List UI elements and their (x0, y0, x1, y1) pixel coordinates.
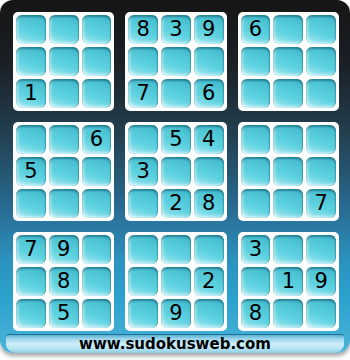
cell-r5-c8[interactable] (273, 157, 303, 186)
sudoku-grid: 1 83976 6 65 54328 7 7985 29 3198 (0, 0, 350, 331)
cell-r3-c7[interactable] (241, 79, 271, 108)
cell-r2-c6[interactable] (194, 47, 224, 76)
cell-r2-c1[interactable] (16, 47, 46, 76)
cell-r4-c8[interactable] (273, 125, 303, 154)
cell-r5-c4[interactable]: 3 (128, 157, 158, 186)
cell-r1-c6[interactable]: 9 (194, 15, 224, 44)
cell-r1-c5[interactable]: 3 (161, 15, 191, 44)
cell-r5-c7[interactable] (241, 157, 271, 186)
cell-r3-c5[interactable] (161, 79, 191, 108)
box-r2-c3: 7 (238, 122, 339, 221)
cell-r1-c3[interactable] (82, 15, 112, 44)
cell-r1-c7[interactable]: 6 (241, 15, 271, 44)
cell-r2-c8[interactable] (273, 47, 303, 76)
cell-r1-c8[interactable] (273, 15, 303, 44)
cell-r4-c1[interactable] (16, 125, 46, 154)
cell-r9-c3[interactable] (82, 299, 112, 328)
cell-r9-c5[interactable]: 9 (161, 299, 191, 328)
box-r3-c2: 29 (125, 232, 226, 331)
cell-r4-c2[interactable] (49, 125, 79, 154)
cell-r3-c9[interactable] (306, 79, 336, 108)
cell-r2-c3[interactable] (82, 47, 112, 76)
cell-r4-c7[interactable] (241, 125, 271, 154)
cell-r3-c1[interactable]: 1 (16, 79, 46, 108)
cell-r4-c4[interactable] (128, 125, 158, 154)
cell-r3-c2[interactable] (49, 79, 79, 108)
cell-r7-c9[interactable] (306, 235, 336, 264)
cell-r2-c7[interactable] (241, 47, 271, 76)
cell-r2-c2[interactable] (49, 47, 79, 76)
cell-r7-c7[interactable]: 3 (241, 235, 271, 264)
cell-r4-c3[interactable]: 6 (82, 125, 112, 154)
box-r2-c2: 54328 (125, 122, 226, 221)
cell-r3-c3[interactable] (82, 79, 112, 108)
cell-r1-c4[interactable]: 8 (128, 15, 158, 44)
cell-r8-c4[interactable] (128, 267, 158, 296)
cell-r7-c6[interactable] (194, 235, 224, 264)
box-r3-c3: 3198 (238, 232, 339, 331)
cell-r3-c6[interactable]: 6 (194, 79, 224, 108)
site-url-banner: www.sudokusweb.com (6, 334, 344, 353)
cell-r7-c4[interactable] (128, 235, 158, 264)
cell-r7-c5[interactable] (161, 235, 191, 264)
cell-r6-c4[interactable] (128, 189, 158, 218)
cell-r5-c9[interactable] (306, 157, 336, 186)
cell-r6-c3[interactable] (82, 189, 112, 218)
cell-r6-c5[interactable]: 2 (161, 189, 191, 218)
cell-r9-c2[interactable]: 5 (49, 299, 79, 328)
cell-r9-c4[interactable] (128, 299, 158, 328)
cell-r9-c6[interactable] (194, 299, 224, 328)
cell-r6-c9[interactable]: 7 (306, 189, 336, 218)
box-r1-c3: 6 (238, 12, 339, 111)
cell-r7-c1[interactable]: 7 (16, 235, 46, 264)
cell-r7-c2[interactable]: 9 (49, 235, 79, 264)
cell-r9-c7[interactable]: 8 (241, 299, 271, 328)
cell-r8-c8[interactable]: 1 (273, 267, 303, 296)
cell-r6-c2[interactable] (49, 189, 79, 218)
cell-r6-c8[interactable] (273, 189, 303, 218)
cell-r9-c9[interactable] (306, 299, 336, 328)
cell-r5-c3[interactable] (82, 157, 112, 186)
cell-r8-c6[interactable]: 2 (194, 267, 224, 296)
cell-r4-c6[interactable]: 4 (194, 125, 224, 154)
cell-r2-c9[interactable] (306, 47, 336, 76)
cell-r4-c9[interactable] (306, 125, 336, 154)
cell-r5-c1[interactable]: 5 (16, 157, 46, 186)
cell-r8-c7[interactable] (241, 267, 271, 296)
cell-r2-c5[interactable] (161, 47, 191, 76)
cell-r3-c8[interactable] (273, 79, 303, 108)
cell-r5-c2[interactable] (49, 157, 79, 186)
cell-r2-c4[interactable] (128, 47, 158, 76)
cell-r7-c8[interactable] (273, 235, 303, 264)
cell-r8-c2[interactable]: 8 (49, 267, 79, 296)
site-url-text: www.sudokusweb.com (79, 335, 271, 353)
cell-r6-c1[interactable] (16, 189, 46, 218)
cell-r3-c4[interactable]: 7 (128, 79, 158, 108)
cell-r9-c1[interactable] (16, 299, 46, 328)
cell-r5-c5[interactable] (161, 157, 191, 186)
cell-r8-c1[interactable] (16, 267, 46, 296)
box-r1-c1: 1 (13, 12, 114, 111)
cell-r6-c6[interactable]: 8 (194, 189, 224, 218)
cell-r9-c8[interactable] (273, 299, 303, 328)
cell-r1-c9[interactable] (306, 15, 336, 44)
sudoku-board: 1 83976 6 65 54328 7 7985 29 3198 www.su… (0, 0, 350, 353)
cell-r1-c1[interactable] (16, 15, 46, 44)
cell-r7-c3[interactable] (82, 235, 112, 264)
cell-r5-c6[interactable] (194, 157, 224, 186)
cell-r4-c5[interactable]: 5 (161, 125, 191, 154)
cell-r1-c2[interactable] (49, 15, 79, 44)
cell-r8-c3[interactable] (82, 267, 112, 296)
cell-r8-c5[interactable] (161, 267, 191, 296)
cell-r6-c7[interactable] (241, 189, 271, 218)
cell-r8-c9[interactable]: 9 (306, 267, 336, 296)
box-r3-c1: 7985 (13, 232, 114, 331)
box-r2-c1: 65 (13, 122, 114, 221)
box-r1-c2: 83976 (125, 12, 226, 111)
